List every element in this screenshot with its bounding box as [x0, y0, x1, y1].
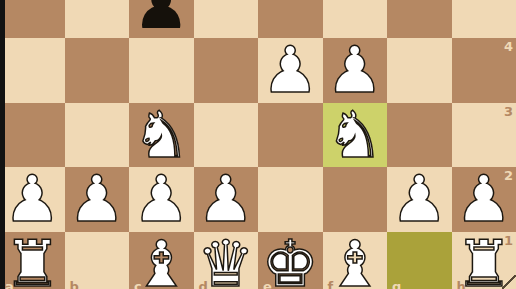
file-label-b: b — [70, 280, 79, 289]
square-e1[interactable]: ♚e — [258, 232, 323, 289]
square-f1[interactable]: ♝f — [323, 232, 388, 289]
square-c1[interactable]: ♝c — [129, 232, 194, 289]
file-label-f: f — [328, 280, 334, 289]
square-a5[interactable] — [0, 0, 65, 38]
square-b1[interactable]: b — [65, 232, 130, 289]
file-label-h: h — [457, 280, 466, 289]
square-h5[interactable]: 5 — [452, 0, 516, 38]
file-label-d: d — [199, 280, 208, 289]
white-pawn[interactable]: ♟ — [262, 38, 319, 102]
file-label-e: e — [263, 280, 272, 289]
square-b3[interactable] — [65, 103, 130, 168]
square-g2[interactable]: ♟ — [387, 167, 452, 232]
rank-label-3: 3 — [504, 105, 513, 118]
rank-label-4: 4 — [504, 40, 513, 53]
square-g4[interactable] — [387, 38, 452, 103]
square-g1[interactable]: g — [387, 232, 452, 289]
rank-label-1: 1 — [504, 234, 513, 247]
white-knight[interactable]: ♞ — [133, 103, 190, 167]
square-c2[interactable]: ♟ — [129, 167, 194, 232]
square-e2[interactable] — [258, 167, 323, 232]
black-pawn[interactable]: ♟ — [133, 0, 190, 38]
white-pawn[interactable]: ♟ — [326, 38, 383, 102]
window-edge-strip — [0, 0, 5, 289]
square-d5[interactable] — [194, 0, 259, 38]
file-label-a: a — [5, 280, 14, 289]
file-label-c: c — [134, 280, 142, 289]
chess-board[interactable]: 876♟5♟♟4♞♞3♟♟♟♟♟♟2♜ab♝c♛d♚e♝fg♜1h — [0, 0, 516, 289]
square-d3[interactable] — [194, 103, 259, 168]
white-knight[interactable]: ♞ — [326, 103, 383, 167]
square-e4[interactable]: ♟ — [258, 38, 323, 103]
square-c5[interactable]: ♟ — [129, 0, 194, 38]
square-c3[interactable]: ♞ — [129, 103, 194, 168]
square-d2[interactable]: ♟ — [194, 167, 259, 232]
board-viewport: 876♟5♟♟4♞♞3♟♟♟♟♟♟2♜ab♝c♛d♚e♝fg♜1h — [0, 0, 516, 289]
white-pawn[interactable]: ♟ — [133, 167, 190, 231]
file-label-g: g — [392, 280, 401, 289]
white-pawn[interactable]: ♟ — [391, 167, 448, 231]
square-d1[interactable]: ♛d — [194, 232, 259, 289]
white-pawn[interactable]: ♟ — [68, 167, 125, 231]
square-d4[interactable] — [194, 38, 259, 103]
white-bishop[interactable]: ♝ — [326, 232, 383, 289]
square-c4[interactable] — [129, 38, 194, 103]
square-b5[interactable] — [65, 0, 130, 38]
square-h3[interactable]: 3 — [452, 103, 516, 168]
square-h2[interactable]: ♟2 — [452, 167, 516, 232]
white-pawn[interactable]: ♟ — [197, 167, 254, 231]
square-g3[interactable] — [387, 103, 452, 168]
white-pawn[interactable]: ♟ — [4, 167, 61, 231]
rank-label-2: 2 — [504, 169, 513, 182]
square-a1[interactable]: ♜a — [0, 232, 65, 289]
square-a3[interactable] — [0, 103, 65, 168]
square-b4[interactable] — [65, 38, 130, 103]
square-a2[interactable]: ♟ — [0, 167, 65, 232]
square-g5[interactable] — [387, 0, 452, 38]
square-e3[interactable] — [258, 103, 323, 168]
board-resize-handle[interactable] — [502, 275, 516, 289]
square-h4[interactable]: 4 — [452, 38, 516, 103]
square-a4[interactable] — [0, 38, 65, 103]
square-f3[interactable]: ♞ — [323, 103, 388, 168]
square-f2[interactable] — [323, 167, 388, 232]
square-b2[interactable]: ♟ — [65, 167, 130, 232]
square-f4[interactable]: ♟ — [323, 38, 388, 103]
